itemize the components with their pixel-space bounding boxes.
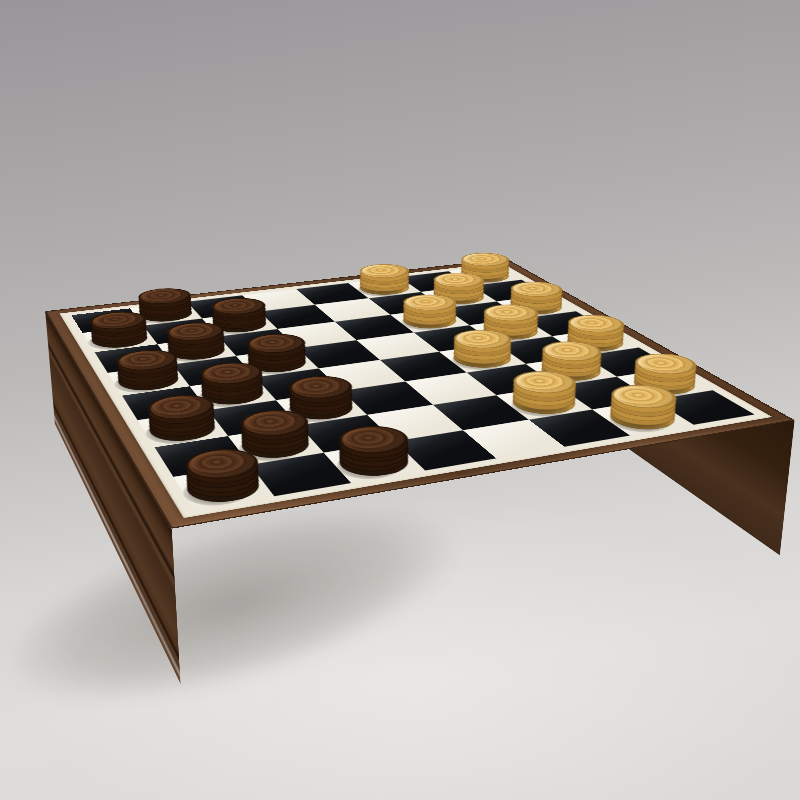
dark-checker-piece[interactable]: [330, 444, 419, 481]
square-r2c1-white[interactable]: [83, 326, 158, 353]
photo-canvas: { "game": { "name": "Checkers (Draughts)…: [0, 0, 800, 800]
perspective-scene: [0, 0, 800, 800]
dark-checker-piece[interactable]: [143, 412, 222, 445]
dark-checker-piece[interactable]: [87, 327, 153, 350]
dark-checker-piece[interactable]: [113, 366, 185, 393]
square-r4c1-white[interactable]: [108, 364, 190, 395]
checkers-box: [44, 258, 794, 529]
dark-checker-piece[interactable]: [179, 467, 267, 507]
square-r6c1-white[interactable]: [138, 410, 229, 447]
